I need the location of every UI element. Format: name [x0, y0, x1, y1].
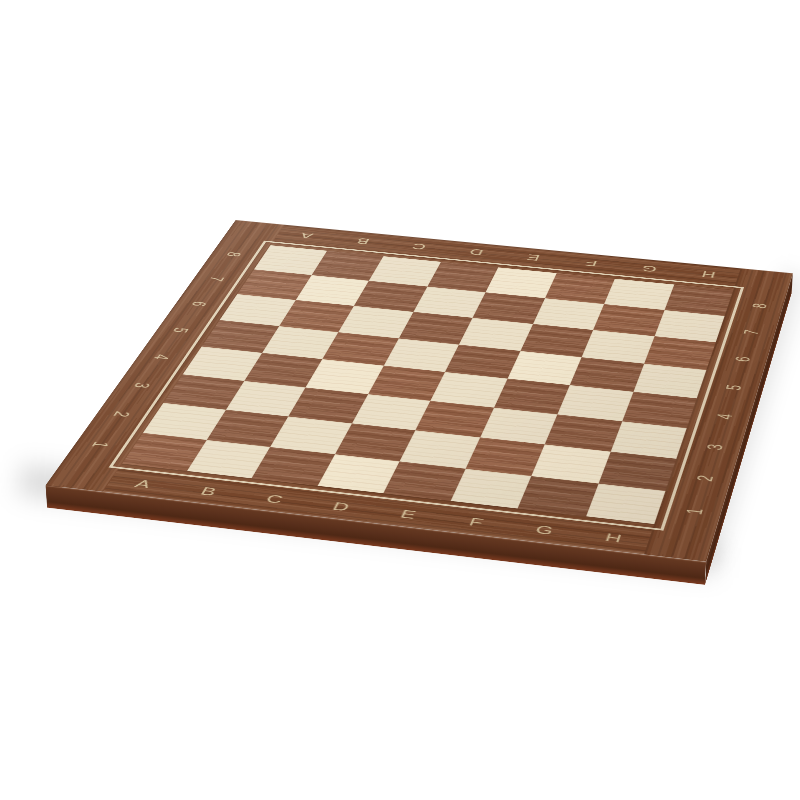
- chessboard: ABCDEFGH ABCDEFGH 87654321 87654321: [46, 220, 793, 562]
- rank-label-2: 2: [82, 400, 159, 428]
- square-g4: [557, 385, 633, 421]
- square-d4: [368, 366, 445, 401]
- rank-label-6: 6: [163, 292, 234, 316]
- square-h2: [598, 452, 676, 491]
- square-h4: [622, 392, 697, 428]
- square-a3: [163, 374, 244, 409]
- square-c3: [288, 387, 367, 423]
- square-h3: [610, 421, 687, 459]
- square-e1: [383, 461, 465, 501]
- rank-label-7: 7: [181, 267, 251, 291]
- scene: ABCDEFGH ABCDEFGH 87654321 87654321: [0, 0, 800, 800]
- square-f3: [480, 407, 558, 444]
- square-d3: [352, 394, 431, 430]
- square-a1: [122, 433, 206, 471]
- square-e2: [400, 430, 480, 468]
- square-b1: [187, 440, 271, 479]
- square-f1: [450, 468, 531, 508]
- square-h1: [586, 483, 666, 524]
- square-g2: [531, 444, 610, 483]
- square-f4: [494, 379, 570, 415]
- rank-label-7: 7: [718, 320, 786, 345]
- rank-label-8: 8: [199, 243, 267, 266]
- rank-label-5: 5: [144, 317, 217, 342]
- square-f2: [465, 437, 544, 476]
- rank-label-1: 1: [60, 430, 139, 459]
- square-b2: [206, 410, 288, 447]
- square-f5: [507, 351, 582, 385]
- square-d1: [317, 454, 400, 493]
- rank-label-8: 8: [727, 294, 793, 319]
- square-d2: [335, 423, 416, 461]
- square-g5: [570, 357, 644, 392]
- square-g3: [545, 414, 622, 451]
- square-c2: [270, 416, 351, 453]
- rank-label-3: 3: [103, 371, 179, 398]
- square-a2: [143, 403, 225, 440]
- square-e5: [445, 344, 520, 378]
- rank-label-6: 6: [709, 346, 778, 372]
- rank-label-4: 4: [124, 344, 198, 370]
- square-g1: [518, 476, 599, 516]
- square-b3: [226, 381, 306, 417]
- square-c1: [252, 447, 335, 486]
- square-e3: [415, 401, 493, 438]
- square-e4: [430, 372, 507, 407]
